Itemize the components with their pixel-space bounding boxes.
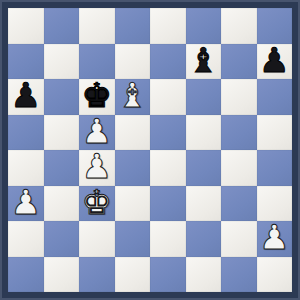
board-frame: ♝♟♟♚♝♟♟♟♚♟ (0, 0, 300, 300)
square-d8[interactable] (115, 8, 151, 44)
square-d2[interactable] (115, 221, 151, 257)
piece-black-pawn[interactable]: ♟ (259, 44, 289, 79)
square-f3[interactable] (186, 186, 222, 222)
square-g6[interactable] (221, 79, 257, 115)
piece-white-king[interactable]: ♚ (82, 186, 112, 221)
square-h7[interactable]: ♟ (257, 44, 293, 80)
square-b6[interactable] (44, 79, 80, 115)
square-c1[interactable] (79, 257, 115, 293)
square-a5[interactable] (8, 115, 44, 151)
square-e2[interactable] (150, 221, 186, 257)
square-f1[interactable] (186, 257, 222, 293)
square-b1[interactable] (44, 257, 80, 293)
square-b7[interactable] (44, 44, 80, 80)
piece-white-pawn[interactable]: ♟ (82, 115, 112, 150)
square-e1[interactable] (150, 257, 186, 293)
piece-black-pawn[interactable]: ♟ (11, 79, 41, 114)
square-d1[interactable] (115, 257, 151, 293)
square-a6[interactable]: ♟ (8, 79, 44, 115)
square-b2[interactable] (44, 221, 80, 257)
piece-black-bishop[interactable]: ♝ (188, 44, 218, 79)
square-g8[interactable] (221, 8, 257, 44)
square-h5[interactable] (257, 115, 293, 151)
square-e7[interactable] (150, 44, 186, 80)
square-f2[interactable] (186, 221, 222, 257)
square-a4[interactable] (8, 150, 44, 186)
chess-board: ♝♟♟♚♝♟♟♟♚♟ (8, 8, 292, 292)
square-h2[interactable]: ♟ (257, 221, 293, 257)
square-c8[interactable] (79, 8, 115, 44)
square-a8[interactable] (8, 8, 44, 44)
piece-white-bishop[interactable]: ♝ (117, 79, 147, 114)
square-d7[interactable] (115, 44, 151, 80)
square-f4[interactable] (186, 150, 222, 186)
square-d3[interactable] (115, 186, 151, 222)
square-g7[interactable] (221, 44, 257, 80)
square-h4[interactable] (257, 150, 293, 186)
square-d6[interactable]: ♝ (115, 79, 151, 115)
square-g4[interactable] (221, 150, 257, 186)
square-e4[interactable] (150, 150, 186, 186)
square-e6[interactable] (150, 79, 186, 115)
square-g3[interactable] (221, 186, 257, 222)
square-b4[interactable] (44, 150, 80, 186)
square-c6[interactable]: ♚ (79, 79, 115, 115)
piece-white-pawn[interactable]: ♟ (259, 221, 289, 256)
square-a3[interactable]: ♟ (8, 186, 44, 222)
square-g2[interactable] (221, 221, 257, 257)
square-b3[interactable] (44, 186, 80, 222)
square-a1[interactable] (8, 257, 44, 293)
square-a7[interactable] (8, 44, 44, 80)
square-e5[interactable] (150, 115, 186, 151)
square-h6[interactable] (257, 79, 293, 115)
square-f5[interactable] (186, 115, 222, 151)
square-c7[interactable] (79, 44, 115, 80)
square-d5[interactable] (115, 115, 151, 151)
square-b8[interactable] (44, 8, 80, 44)
piece-white-pawn[interactable]: ♟ (11, 186, 41, 221)
square-e3[interactable] (150, 186, 186, 222)
square-f8[interactable] (186, 8, 222, 44)
piece-white-pawn[interactable]: ♟ (82, 150, 112, 185)
square-a2[interactable] (8, 221, 44, 257)
square-f7[interactable]: ♝ (186, 44, 222, 80)
piece-black-king[interactable]: ♚ (82, 79, 112, 114)
square-e8[interactable] (150, 8, 186, 44)
square-d4[interactable] (115, 150, 151, 186)
square-g5[interactable] (221, 115, 257, 151)
square-g1[interactable] (221, 257, 257, 293)
square-c5[interactable]: ♟ (79, 115, 115, 151)
square-f6[interactable] (186, 79, 222, 115)
square-h3[interactable] (257, 186, 293, 222)
square-c4[interactable]: ♟ (79, 150, 115, 186)
square-h8[interactable] (257, 8, 293, 44)
square-b5[interactable] (44, 115, 80, 151)
square-c2[interactable] (79, 221, 115, 257)
square-h1[interactable] (257, 257, 293, 293)
square-c3[interactable]: ♚ (79, 186, 115, 222)
